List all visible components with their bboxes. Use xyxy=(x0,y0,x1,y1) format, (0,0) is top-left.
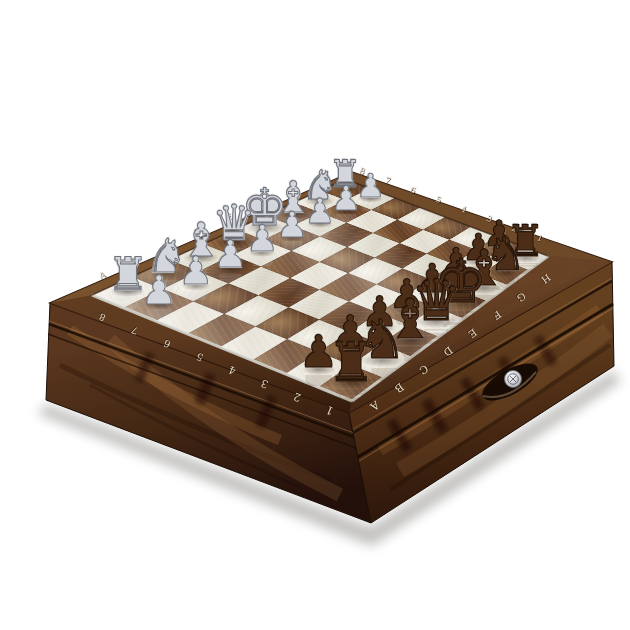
piece-silver-pawn-e7[interactable]: ♟ xyxy=(276,207,308,242)
piece-silver-pawn-b7[interactable]: ♟ xyxy=(179,252,214,291)
chess-set-photo: Luxury chess set: glossy walnut burl box… xyxy=(0,0,630,630)
piece-silver-pawn-c7[interactable]: ♟ xyxy=(213,236,247,274)
piece-silver-pawn-g7[interactable]: ♟ xyxy=(331,182,361,215)
piece-silver-pawn-a7[interactable]: ♟ xyxy=(141,269,177,309)
piece-silver-pawn-d7[interactable]: ♟ xyxy=(246,221,279,257)
piece-walnut-rook-a1[interactable]: ♜ xyxy=(327,335,375,389)
piece-silver-pawn-f7[interactable]: ♟ xyxy=(304,194,335,228)
pieces-layer: ♜♜♞♞♝♝♛♛♚♚♝♝♞♞♜♜♟♟♟♟♟♟♟♟♟♟♟♟♟♟♟♟♟♟♟♟♟♟♟♟… xyxy=(0,0,630,630)
